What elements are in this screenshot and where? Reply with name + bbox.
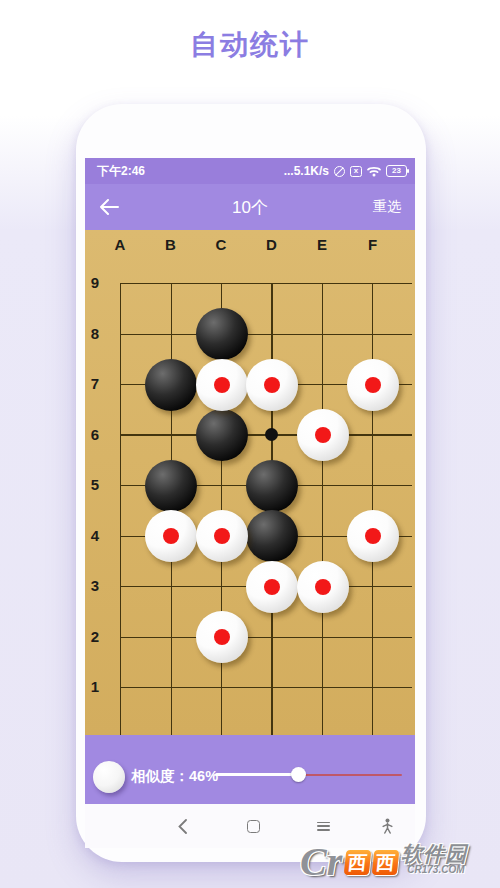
stone-white-B4[interactable] [145,510,197,562]
stone-black-D5[interactable] [246,460,298,512]
watermark-right: 软件园 CR173.COM [401,840,467,884]
selection-red-dot [264,579,280,595]
watermark-url: CR173.COM [407,864,464,875]
recents-menu-icon [317,822,330,831]
stone-white-E6[interactable] [297,409,349,461]
column-label-F: F [363,236,383,253]
selection-red-dot [315,427,331,443]
status-bar: 下午2:46 ...5.1K/s x 23 [85,158,415,184]
battery-icon: 23 [386,165,407,177]
watermark-logo: Cr [300,842,342,882]
column-label-D: D [262,236,282,253]
nav-recents-button[interactable] [311,814,335,838]
phone-screen: 下午2:46 ...5.1K/s x 23 10个 重选 [85,158,415,848]
selection-red-dot [163,528,179,544]
stone-white-C7[interactable] [196,359,248,411]
stone-black-D4[interactable] [246,510,298,562]
selection-red-dot [214,629,230,645]
status-time: 下午2:46 [97,163,145,180]
watermark-suffix: 软件园 [401,842,467,865]
app-bar: 10个 重选 [85,184,415,230]
selection-red-dot [365,528,381,544]
stone-white-F7[interactable] [347,359,399,411]
stone-white-F4[interactable] [347,510,399,562]
go-board[interactable]: ABCDEF 987654321 [85,230,415,735]
stone-white-E3[interactable] [297,561,349,613]
column-label-B: B [161,236,181,253]
nav-back-button[interactable] [170,814,194,838]
selection-red-dot [365,377,381,393]
stone-white-C2[interactable] [196,611,248,663]
watermark-site-char2: 西 [372,850,400,875]
stone-white-D3[interactable] [246,561,298,613]
similarity-slider[interactable] [215,766,402,783]
sim-missing-icon: x [350,166,362,177]
reselect-button[interactable]: 重选 [373,198,401,216]
back-button[interactable] [99,195,123,219]
app-bar-title: 10个 [85,196,415,219]
selection-red-dot [315,579,331,595]
page-title: 自动统计 [0,26,500,64]
stone-black-B7[interactable] [145,359,197,411]
home-square-icon [247,820,260,833]
phone-mockup: 下午2:46 ...5.1K/s x 23 10个 重选 [76,104,426,862]
back-arrow-icon [99,199,119,215]
nav-assistant-button[interactable] [375,814,399,838]
stone-black-B5[interactable] [145,460,197,512]
similarity-panel: 相似度：46% [85,735,415,804]
watermark-site-char1: 西 [344,850,372,875]
person-icon [381,818,394,834]
chevron-left-icon [178,819,187,834]
selection-red-dot [264,377,280,393]
site-watermark: Cr 西 西 软件园 CR173.COM [300,836,500,888]
stone-grid [95,258,398,713]
nav-home-button[interactable] [241,814,265,838]
stone-black-C8[interactable] [196,308,248,360]
stone-black-C6[interactable] [196,409,248,461]
mute-icon [334,166,345,177]
stone-white-D7[interactable] [246,359,298,411]
network-speed: ...5.1K/s [284,164,329,178]
white-stone-icon [93,761,125,793]
wifi-icon [367,166,381,177]
slider-track [298,774,402,776]
stone-white-C4[interactable] [196,510,248,562]
column-label-A: A [110,236,130,253]
selection-red-dot [214,528,230,544]
slider-fill [215,773,298,776]
column-label-E: E [312,236,332,253]
similarity-label: 相似度：46% [131,767,218,786]
column-label-C: C [211,236,231,253]
slider-thumb[interactable] [291,767,306,782]
selection-red-dot [214,377,230,393]
